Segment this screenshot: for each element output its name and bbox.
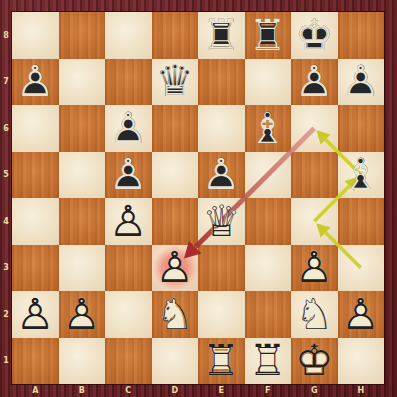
square-f7[interactable] — [245, 59, 292, 106]
file-label-c: C — [105, 384, 152, 397]
piece-black-bishop-h5[interactable]: ♝♗ — [338, 152, 385, 199]
rank-label-3: 3 — [0, 245, 12, 292]
rank-label-2: 2 — [0, 291, 12, 338]
square-g4[interactable] — [291, 198, 338, 245]
square-e6[interactable] — [198, 105, 245, 152]
rank-label-7: 7 — [0, 59, 12, 106]
file-label-h: H — [338, 384, 385, 397]
square-e2[interactable] — [198, 291, 245, 338]
square-f2[interactable] — [245, 291, 292, 338]
square-b6[interactable] — [59, 105, 106, 152]
square-f5[interactable] — [245, 152, 292, 199]
piece-white-pawn-g3[interactable]: ♟♙ — [291, 245, 338, 292]
square-b4[interactable] — [59, 198, 106, 245]
square-a6[interactable] — [12, 105, 59, 152]
square-e7[interactable] — [198, 59, 245, 106]
rank-label-4: 4 — [0, 198, 12, 245]
piece-white-queen-e4[interactable]: ♛♕ — [198, 198, 245, 245]
piece-white-knight-d2[interactable]: ♞♘ — [152, 291, 199, 338]
square-c8[interactable] — [105, 12, 152, 59]
piece-black-king-g8[interactable]: ♚♔ — [291, 12, 338, 59]
square-b5[interactable] — [59, 152, 106, 199]
square-a1[interactable] — [12, 338, 59, 385]
piece-black-pawn-g7[interactable]: ♟♙ — [291, 59, 338, 106]
square-b1[interactable] — [59, 338, 106, 385]
square-a3[interactable] — [12, 245, 59, 292]
square-h3[interactable] — [338, 245, 385, 292]
square-a4[interactable] — [12, 198, 59, 245]
square-b8[interactable] — [59, 12, 106, 59]
square-e3[interactable] — [198, 245, 245, 292]
file-label-d: D — [152, 384, 199, 397]
square-h8[interactable] — [338, 12, 385, 59]
square-g5[interactable] — [291, 152, 338, 199]
piece-white-pawn-h2[interactable]: ♟♙ — [338, 291, 385, 338]
file-label-f: F — [245, 384, 292, 397]
square-g6[interactable] — [291, 105, 338, 152]
rank-label-8: 8 — [0, 12, 12, 59]
square-d4[interactable] — [152, 198, 199, 245]
square-a5[interactable] — [12, 152, 59, 199]
square-d6[interactable] — [152, 105, 199, 152]
piece-black-pawn-c6[interactable]: ♟♙ — [105, 105, 152, 152]
square-b3[interactable] — [59, 245, 106, 292]
piece-black-pawn-e5[interactable]: ♟♙ — [198, 152, 245, 199]
square-a8[interactable] — [12, 12, 59, 59]
square-c7[interactable] — [105, 59, 152, 106]
chess-board-frame: ♜♖♜♖♚♔♟♙♛♕♟♙♟♙♟♙♝♗♟♙♟♙♝♗♟♙♛♕♟♙♟♙♟♙♟♙♞♘♞♘… — [0, 0, 397, 397]
file-label-a: A — [12, 384, 59, 397]
piece-black-bishop-f6[interactable]: ♝♗ — [245, 105, 292, 152]
piece-black-queen-d7[interactable]: ♛♕ — [152, 59, 199, 106]
square-c1[interactable] — [105, 338, 152, 385]
square-h1[interactable] — [338, 338, 385, 385]
square-c2[interactable] — [105, 291, 152, 338]
piece-black-rook-f8[interactable]: ♜♖ — [245, 12, 292, 59]
piece-black-pawn-c5[interactable]: ♟♙ — [105, 152, 152, 199]
piece-white-rook-e1[interactable]: ♜♖ — [198, 338, 245, 385]
rank-label-1: 1 — [0, 338, 12, 385]
square-c3[interactable] — [105, 245, 152, 292]
rank-label-6: 6 — [0, 105, 12, 152]
piece-white-pawn-d3[interactable]: ♟♙ — [152, 245, 199, 292]
piece-white-pawn-b2[interactable]: ♟♙ — [59, 291, 106, 338]
piece-black-pawn-h7[interactable]: ♟♙ — [338, 59, 385, 106]
square-f4[interactable] — [245, 198, 292, 245]
piece-white-rook-f1[interactable]: ♜♖ — [245, 338, 292, 385]
square-h4[interactable] — [338, 198, 385, 245]
square-d8[interactable] — [152, 12, 199, 59]
square-d5[interactable] — [152, 152, 199, 199]
piece-black-pawn-a7[interactable]: ♟♙ — [12, 59, 59, 106]
piece-white-pawn-c4[interactable]: ♟♙ — [105, 198, 152, 245]
piece-white-knight-g2[interactable]: ♞♘ — [291, 291, 338, 338]
square-d1[interactable] — [152, 338, 199, 385]
rank-label-5: 5 — [0, 152, 12, 199]
square-h6[interactable] — [338, 105, 385, 152]
file-label-e: E — [198, 384, 245, 397]
square-b7[interactable] — [59, 59, 106, 106]
piece-black-rook-e8[interactable]: ♜♖ — [198, 12, 245, 59]
piece-white-king-g1[interactable]: ♚♔ — [291, 338, 338, 385]
file-label-g: G — [291, 384, 338, 397]
square-f3[interactable] — [245, 245, 292, 292]
file-label-b: B — [59, 384, 106, 397]
piece-white-pawn-a2[interactable]: ♟♙ — [12, 291, 59, 338]
